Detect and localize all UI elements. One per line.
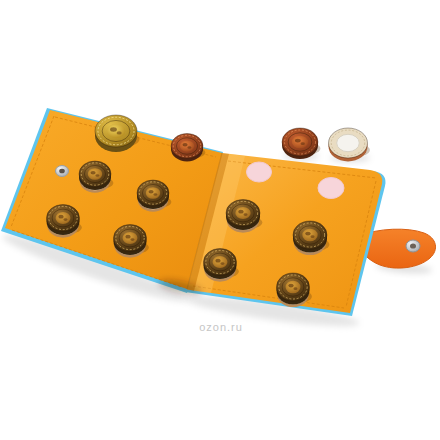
coin-emblem xyxy=(107,124,126,138)
coin-emblem xyxy=(213,256,228,268)
coin-emblem xyxy=(56,212,71,224)
coin-emblem xyxy=(235,207,250,219)
flap-snap-center xyxy=(410,243,416,248)
watermark: ozon.ru xyxy=(199,321,243,333)
snap-grommet[interactable] xyxy=(56,166,69,177)
coin-emblem xyxy=(286,281,301,294)
velcro-back xyxy=(337,134,360,151)
coin-emblem xyxy=(180,140,194,151)
coin-emblem xyxy=(123,232,138,244)
game-scene: ozon.ru xyxy=(0,0,440,440)
velcro-dot-empty[interactable] xyxy=(318,178,344,199)
product-photo: ozon.ru xyxy=(0,0,440,440)
grommet-hole xyxy=(59,169,65,174)
coin-emblem xyxy=(146,187,160,199)
coin-emblem xyxy=(88,168,102,180)
coin-emblem xyxy=(292,136,308,149)
velcro-dot-empty[interactable] xyxy=(247,162,272,182)
coin-emblem xyxy=(302,229,317,242)
